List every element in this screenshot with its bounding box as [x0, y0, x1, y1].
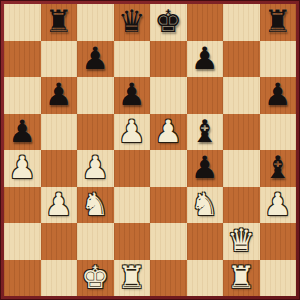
square-f5[interactable]: ♝ — [187, 114, 224, 151]
square-g5[interactable] — [223, 114, 260, 151]
square-d2[interactable] — [114, 223, 151, 260]
square-b5[interactable] — [41, 114, 78, 151]
piece-black-pawn[interactable]: ♟ — [45, 77, 73, 112]
piece-black-pawn[interactable]: ♟ — [264, 77, 292, 112]
piece-white-rook[interactable]: ♜ — [118, 260, 146, 295]
square-e6[interactable] — [150, 77, 187, 114]
square-b8[interactable]: ♜ — [41, 4, 78, 41]
square-d7[interactable] — [114, 41, 151, 78]
square-d4[interactable] — [114, 150, 151, 187]
piece-black-bishop[interactable]: ♝ — [264, 150, 292, 185]
square-c3[interactable]: ♞ — [77, 187, 114, 224]
piece-black-pawn[interactable]: ♟ — [191, 41, 219, 76]
square-c4[interactable]: ♟ — [77, 150, 114, 187]
square-h3[interactable]: ♟ — [260, 187, 297, 224]
square-f1[interactable] — [187, 260, 224, 297]
square-h6[interactable]: ♟ — [260, 77, 297, 114]
square-e1[interactable] — [150, 260, 187, 297]
square-d5[interactable]: ♟ — [114, 114, 151, 151]
square-e5[interactable]: ♟ — [150, 114, 187, 151]
square-a5[interactable]: ♟ — [4, 114, 41, 151]
square-g8[interactable] — [223, 4, 260, 41]
square-h8[interactable]: ♜ — [260, 4, 297, 41]
square-h2[interactable] — [260, 223, 297, 260]
square-a3[interactable] — [4, 187, 41, 224]
square-h1[interactable] — [260, 260, 297, 297]
square-c2[interactable] — [77, 223, 114, 260]
piece-black-pawn[interactable]: ♟ — [8, 114, 36, 149]
square-c7[interactable]: ♟ — [77, 41, 114, 78]
square-b6[interactable]: ♟ — [41, 77, 78, 114]
square-g1[interactable]: ♜ — [223, 260, 260, 297]
piece-black-rook[interactable]: ♜ — [264, 4, 292, 39]
square-a6[interactable] — [4, 77, 41, 114]
square-b1[interactable] — [41, 260, 78, 297]
square-g4[interactable] — [223, 150, 260, 187]
piece-black-king[interactable]: ♚ — [154, 4, 182, 39]
piece-white-queen[interactable]: ♛ — [227, 223, 255, 258]
square-e7[interactable] — [150, 41, 187, 78]
square-a8[interactable] — [4, 4, 41, 41]
square-c8[interactable] — [77, 4, 114, 41]
square-g6[interactable] — [223, 77, 260, 114]
piece-white-pawn[interactable]: ♟ — [45, 187, 73, 222]
square-h7[interactable] — [260, 41, 297, 78]
square-c1[interactable]: ♚ — [77, 260, 114, 297]
square-f2[interactable] — [187, 223, 224, 260]
square-d1[interactable]: ♜ — [114, 260, 151, 297]
square-f8[interactable] — [187, 4, 224, 41]
square-g7[interactable] — [223, 41, 260, 78]
square-f6[interactable] — [187, 77, 224, 114]
board-frame: ♜♛♚♜♟♟♟♟♟♟♟♟♝♟♟♟♝♟♞♞♟♛♚♜♜ — [0, 0, 300, 300]
square-d6[interactable]: ♟ — [114, 77, 151, 114]
square-g2[interactable]: ♛ — [223, 223, 260, 260]
piece-white-rook[interactable]: ♜ — [227, 260, 255, 295]
piece-black-pawn[interactable]: ♟ — [191, 150, 219, 185]
piece-white-king[interactable]: ♚ — [81, 260, 109, 295]
square-e4[interactable] — [150, 150, 187, 187]
piece-white-pawn[interactable]: ♟ — [8, 150, 36, 185]
square-g3[interactable] — [223, 187, 260, 224]
piece-black-rook[interactable]: ♜ — [45, 4, 73, 39]
piece-white-knight[interactable]: ♞ — [191, 187, 219, 222]
square-a4[interactable]: ♟ — [4, 150, 41, 187]
piece-white-pawn[interactable]: ♟ — [264, 187, 292, 222]
square-a7[interactable] — [4, 41, 41, 78]
square-b7[interactable] — [41, 41, 78, 78]
square-b3[interactable]: ♟ — [41, 187, 78, 224]
square-b4[interactable] — [41, 150, 78, 187]
piece-white-pawn[interactable]: ♟ — [118, 114, 146, 149]
square-e2[interactable] — [150, 223, 187, 260]
piece-white-pawn[interactable]: ♟ — [154, 114, 182, 149]
square-f7[interactable]: ♟ — [187, 41, 224, 78]
square-e3[interactable] — [150, 187, 187, 224]
square-f4[interactable]: ♟ — [187, 150, 224, 187]
square-d3[interactable] — [114, 187, 151, 224]
piece-black-pawn[interactable]: ♟ — [81, 41, 109, 76]
square-h5[interactable] — [260, 114, 297, 151]
square-a2[interactable] — [4, 223, 41, 260]
piece-black-bishop[interactable]: ♝ — [191, 114, 219, 149]
square-d8[interactable]: ♛ — [114, 4, 151, 41]
piece-black-queen[interactable]: ♛ — [118, 4, 146, 39]
square-h4[interactable]: ♝ — [260, 150, 297, 187]
piece-white-pawn[interactable]: ♟ — [81, 150, 109, 185]
piece-white-knight[interactable]: ♞ — [81, 187, 109, 222]
chess-board: ♜♛♚♜♟♟♟♟♟♟♟♟♝♟♟♟♝♟♞♞♟♛♚♜♜ — [4, 4, 296, 296]
piece-black-pawn[interactable]: ♟ — [118, 77, 146, 112]
square-c5[interactable] — [77, 114, 114, 151]
square-b2[interactable] — [41, 223, 78, 260]
square-f3[interactable]: ♞ — [187, 187, 224, 224]
square-c6[interactable] — [77, 77, 114, 114]
square-a1[interactable] — [4, 260, 41, 297]
square-e8[interactable]: ♚ — [150, 4, 187, 41]
